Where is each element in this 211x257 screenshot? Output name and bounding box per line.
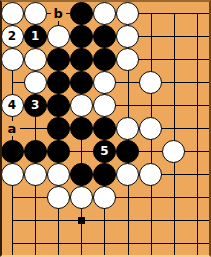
- black-stone: [1, 140, 24, 163]
- white-stone: [116, 48, 139, 71]
- move-number-label: 4: [8, 99, 16, 111]
- black-stone: [70, 25, 93, 48]
- black-stone: [70, 163, 93, 186]
- white-stone: [1, 163, 24, 186]
- black-stone: [24, 140, 47, 163]
- black-stone: [47, 117, 70, 140]
- black-stone: [93, 48, 116, 71]
- letter-point-b: b: [51, 6, 66, 21]
- white-stone: [47, 186, 70, 209]
- white-stone: [24, 2, 47, 25]
- white-stone: [162, 140, 185, 163]
- white-stone: [70, 186, 93, 209]
- white-stone: [116, 25, 139, 48]
- white-stone: [70, 94, 93, 117]
- square-marker: [78, 217, 85, 224]
- white-stone: [93, 2, 116, 25]
- white-stone: [139, 71, 162, 94]
- white-stone: [24, 48, 47, 71]
- black-stone-move-3: 3: [24, 94, 47, 117]
- white-stone: [24, 71, 47, 94]
- move-number-label: 5: [100, 145, 108, 157]
- white-stone: [47, 163, 70, 186]
- black-stone-move-5: 5: [93, 140, 116, 163]
- black-stone: [93, 25, 116, 48]
- black-stone: [47, 140, 70, 163]
- black-stone: [70, 71, 93, 94]
- white-stone: [1, 48, 24, 71]
- move-number-label: 1: [31, 30, 39, 42]
- black-stone: [47, 48, 70, 71]
- white-stone: [116, 163, 139, 186]
- white-stone-move-4: 4: [1, 94, 24, 117]
- black-stone: [47, 71, 70, 94]
- letter-point-a: a: [5, 121, 20, 136]
- white-stone: [116, 117, 139, 140]
- white-stone: [93, 71, 116, 94]
- black-stone: [70, 117, 93, 140]
- black-stone: [116, 140, 139, 163]
- black-stone: [93, 117, 116, 140]
- white-stone: [24, 163, 47, 186]
- black-stone: [47, 94, 70, 117]
- black-stone-move-1: 1: [24, 25, 47, 48]
- go-board: ba 21435: [0, 0, 211, 257]
- white-stone: [47, 25, 70, 48]
- white-stone: [116, 2, 139, 25]
- white-stone-move-2: 2: [1, 25, 24, 48]
- white-stone: [93, 186, 116, 209]
- black-stone: [70, 48, 93, 71]
- move-number-label: 3: [31, 99, 39, 111]
- white-stone: [1, 2, 24, 25]
- move-number-label: 2: [8, 30, 16, 42]
- white-stone: [139, 163, 162, 186]
- white-stone: [93, 94, 116, 117]
- white-stone: [139, 117, 162, 140]
- black-stone: [93, 163, 116, 186]
- black-stone: [70, 2, 93, 25]
